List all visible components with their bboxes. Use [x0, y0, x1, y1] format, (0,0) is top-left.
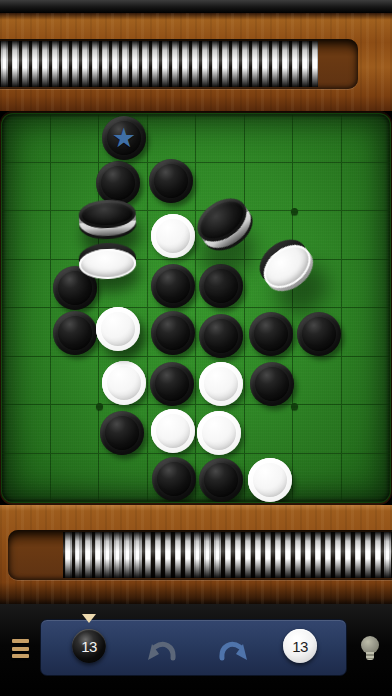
- disc-black: [199, 458, 243, 502]
- cell-h5[interactable]: [342, 308, 391, 357]
- disc-white: [96, 307, 140, 351]
- disc-white: [248, 458, 292, 502]
- board-felt: ★: [1, 113, 391, 503]
- disc-white: [197, 411, 241, 455]
- disc-black: [151, 264, 195, 308]
- white-score-value: 13: [292, 638, 308, 655]
- redo-button[interactable]: [219, 640, 251, 663]
- cell-f2[interactable]: [245, 163, 294, 212]
- hamburger-icon: [12, 647, 29, 651]
- cell-h2[interactable]: [342, 163, 391, 212]
- disc-tray-top: [0, 39, 358, 89]
- disc-tray-bottom: [8, 530, 392, 580]
- redo-icon: [219, 640, 251, 663]
- status-bar-area: [0, 0, 392, 13]
- hamburger-icon: [12, 639, 29, 643]
- cell-g7[interactable]: [293, 405, 342, 454]
- disc-flipping-black: [78, 198, 137, 240]
- cell-a6[interactable]: [2, 357, 51, 406]
- disc-black: [152, 457, 196, 501]
- star-point-dot: [291, 403, 298, 410]
- white-score-badge: 13: [283, 629, 317, 663]
- hamburger-icon: [12, 654, 29, 658]
- cell-b6[interactable]: [51, 357, 100, 406]
- black-score-badge: 13: [72, 629, 106, 663]
- disc-white: [151, 214, 195, 258]
- cell-a7[interactable]: [2, 405, 51, 454]
- cell-a3[interactable]: [2, 211, 51, 260]
- disc-black: [150, 362, 194, 406]
- lightbulb-base: [366, 652, 374, 660]
- disc-black: [100, 411, 144, 455]
- reversi-app-screen: ★ 13: [0, 0, 392, 696]
- cell-c8[interactable]: [99, 454, 148, 503]
- cell-b8[interactable]: [51, 454, 100, 503]
- disc-flipping-white: [79, 242, 137, 283]
- disc-black: [151, 311, 195, 355]
- cell-h8[interactable]: [342, 454, 391, 503]
- cell-g2[interactable]: [293, 163, 342, 212]
- cell-a2[interactable]: [2, 163, 51, 212]
- spare-discs-bottom: [63, 532, 392, 578]
- disc-black: [250, 362, 294, 406]
- last-move-star-icon: ★: [102, 116, 146, 160]
- cell-a1[interactable]: [2, 114, 51, 163]
- cell-g1[interactable]: [293, 114, 342, 163]
- hint-button[interactable]: [361, 636, 379, 662]
- cell-h4[interactable]: [342, 260, 391, 309]
- board-grid: [2, 114, 390, 502]
- spare-discs-top: [0, 41, 318, 87]
- turn-indicator-triangle: [82, 614, 96, 623]
- disc-black-last-move: ★: [102, 116, 146, 160]
- disc-black: [199, 264, 243, 308]
- cell-a8[interactable]: [2, 454, 51, 503]
- cell-h1[interactable]: [342, 114, 391, 163]
- toolbar: 13 13: [0, 604, 392, 696]
- cell-h7[interactable]: [342, 405, 391, 454]
- disc-white: [102, 361, 146, 405]
- star-point-dot: [96, 403, 103, 410]
- cell-g6[interactable]: [293, 357, 342, 406]
- cell-b7[interactable]: [51, 405, 100, 454]
- cell-f7[interactable]: [245, 405, 294, 454]
- disc-black: [297, 312, 341, 356]
- wooden-frame-top: [0, 13, 392, 111]
- cell-h6[interactable]: [342, 357, 391, 406]
- cell-h3[interactable]: [342, 211, 391, 260]
- board: ★: [0, 111, 392, 505]
- cell-b1[interactable]: [51, 114, 100, 163]
- cell-d1[interactable]: [148, 114, 197, 163]
- menu-button[interactable]: [12, 639, 29, 658]
- disc-white: [151, 409, 195, 453]
- cell-a4[interactable]: [2, 260, 51, 309]
- undo-button[interactable]: [144, 640, 176, 663]
- cell-a5[interactable]: [2, 308, 51, 357]
- cell-f1[interactable]: [245, 114, 294, 163]
- star-point-dot: [291, 208, 298, 215]
- black-score-value: 13: [81, 638, 97, 655]
- wooden-frame-bottom: [0, 505, 392, 604]
- undo-icon: [144, 640, 176, 663]
- disc-black: [149, 159, 193, 203]
- cell-g8[interactable]: [293, 454, 342, 503]
- cell-e1[interactable]: [196, 114, 245, 163]
